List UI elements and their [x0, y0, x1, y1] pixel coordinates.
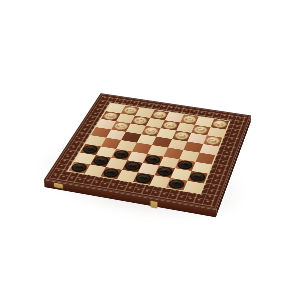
square-a2 [74, 153, 95, 165]
square-c1: ⛂ [101, 167, 122, 179]
checker-dark: ⛂ [70, 162, 89, 173]
square-e2 [138, 163, 159, 175]
square-g5 [183, 141, 203, 152]
square-a3: ⛂ [80, 144, 101, 155]
brass-hinge [54, 183, 63, 189]
square-f1 [150, 175, 171, 188]
square-f2: ⛂ [154, 166, 175, 178]
checker-dark: ⛂ [134, 173, 153, 184]
square-f5 [168, 139, 188, 150]
square-g2 [171, 168, 192, 180]
square-d2: ⛂ [122, 160, 143, 172]
checker-dark: ⛂ [91, 156, 110, 166]
square-e1: ⛂ [133, 172, 154, 184]
checker-dark: ⛂ [188, 172, 206, 183]
brass-clasp [151, 201, 158, 208]
square-a1: ⛂ [69, 162, 91, 174]
checker-dark: ⛂ [123, 161, 141, 172]
square-d1 [117, 170, 138, 182]
square-h1 [183, 180, 204, 193]
square-h2: ⛂ [187, 171, 208, 183]
square-g1: ⛂ [166, 178, 187, 191]
checkers-board: ⛀⛀⛀⛀⛀⛀⛀⛀⛀⛀⛀⛀⛂⛂⛂⛂⛂⛂⛂⛂⛂⛂⛂⛂ [44, 93, 251, 210]
product-photo-stage: ⛀⛀⛀⛀⛀⛀⛀⛀⛀⛀⛀⛀⛂⛂⛂⛂⛂⛂⛂⛂⛂⛂⛂⛂ [0, 0, 300, 300]
square-h3 [191, 162, 211, 174]
square-h5 [199, 144, 219, 155]
checker-dark: ⛂ [167, 178, 186, 189]
